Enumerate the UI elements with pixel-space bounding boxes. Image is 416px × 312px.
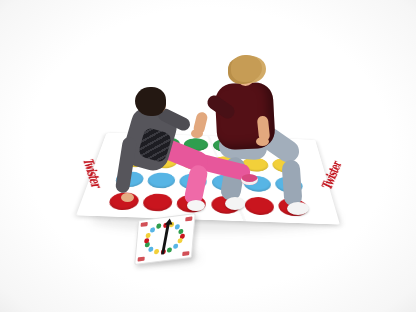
spinner-wheel-dot bbox=[144, 237, 149, 243]
dot-blue-2 bbox=[146, 172, 176, 189]
boy-right-hand-on-green-5 bbox=[256, 137, 269, 146]
spinner-wheel-dot bbox=[177, 238, 182, 244]
spinner-wheel-dot bbox=[150, 227, 155, 233]
spinner-corner-label bbox=[138, 257, 145, 262]
spinner-wheel-dot bbox=[167, 247, 172, 253]
girl-right-shoe-on-blue-5 bbox=[241, 174, 258, 185]
spinner-wheel-dot bbox=[148, 246, 153, 252]
spinner-wheel-dot bbox=[145, 232, 150, 238]
girl-left-hand-on-red-1 bbox=[121, 193, 134, 202]
boy-hair bbox=[231, 55, 262, 82]
boy-left-shoe-on-red-4 bbox=[225, 197, 245, 210]
boy-right-shoe-on-red-6 bbox=[287, 202, 309, 215]
girl-left-shoe-on-red-3 bbox=[187, 200, 205, 211]
spinner-corner-label bbox=[141, 222, 148, 227]
spinner-board bbox=[134, 213, 195, 265]
spinner-corner-label bbox=[182, 251, 189, 256]
dot-red-5 bbox=[244, 197, 275, 216]
boy-left-hand-on-green-3 bbox=[191, 129, 203, 138]
boy-right-shin bbox=[281, 159, 302, 206]
girl-hair bbox=[135, 87, 166, 116]
twister-logo-left: Twister bbox=[79, 157, 105, 189]
spinner-wheel-dot bbox=[173, 243, 178, 249]
dot-red-2 bbox=[141, 193, 173, 212]
spinner-corner-label bbox=[185, 216, 192, 221]
spinner-wheel-dot bbox=[156, 224, 161, 230]
product-photo: Twister Twister bbox=[0, 0, 416, 312]
twister-logo-right: Twister bbox=[318, 160, 345, 191]
spinner-wheel-dot bbox=[153, 248, 158, 254]
